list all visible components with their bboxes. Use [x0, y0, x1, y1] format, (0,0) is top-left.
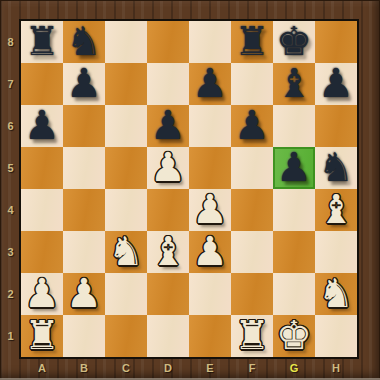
square-c4[interactable]: [105, 189, 147, 231]
square-e5[interactable]: [189, 147, 231, 189]
white-pawn-piece[interactable]: ♟: [189, 189, 231, 231]
white-knight-piece[interactable]: ♞: [315, 273, 357, 315]
black-bishop-piece[interactable]: ♝: [273, 63, 315, 105]
square-h6[interactable]: [315, 105, 357, 147]
square-g7[interactable]: ♝: [273, 63, 315, 105]
square-d3[interactable]: ♝: [147, 231, 189, 273]
black-pawn-piece[interactable]: ♟: [21, 105, 63, 147]
square-d5[interactable]: ♟: [147, 147, 189, 189]
square-b7[interactable]: ♟: [63, 63, 105, 105]
square-e7[interactable]: ♟: [189, 63, 231, 105]
white-pawn-piece[interactable]: ♟: [63, 273, 105, 315]
square-b8[interactable]: ♞: [63, 21, 105, 63]
square-b5[interactable]: [63, 147, 105, 189]
square-b1[interactable]: [63, 315, 105, 357]
square-c3[interactable]: ♞: [105, 231, 147, 273]
square-f8[interactable]: ♜: [231, 21, 273, 63]
square-a8[interactable]: ♜: [21, 21, 63, 63]
black-rook-piece[interactable]: ♜: [231, 21, 273, 63]
file-label-e: E: [189, 357, 231, 378]
white-bishop-piece[interactable]: ♝: [315, 189, 357, 231]
white-rook-piece[interactable]: ♜: [21, 315, 63, 357]
square-e8[interactable]: [189, 21, 231, 63]
rank-label-7: 7: [0, 63, 21, 105]
square-b2[interactable]: ♟: [63, 273, 105, 315]
square-d7[interactable]: [147, 63, 189, 105]
square-g8[interactable]: ♚: [273, 21, 315, 63]
square-g1[interactable]: ♚: [273, 315, 315, 357]
black-rook-piece[interactable]: ♜: [21, 21, 63, 63]
square-a1[interactable]: ♜: [21, 315, 63, 357]
square-f4[interactable]: [231, 189, 273, 231]
square-f5[interactable]: [231, 147, 273, 189]
white-pawn-piece[interactable]: ♟: [189, 231, 231, 273]
square-a2[interactable]: ♟: [21, 273, 63, 315]
white-rook-piece[interactable]: ♜: [231, 315, 273, 357]
square-d4[interactable]: [147, 189, 189, 231]
square-h7[interactable]: ♟: [315, 63, 357, 105]
square-e6[interactable]: [189, 105, 231, 147]
black-king-piece[interactable]: ♚: [273, 21, 315, 63]
square-a7[interactable]: [21, 63, 63, 105]
square-a6[interactable]: ♟: [21, 105, 63, 147]
square-b3[interactable]: [63, 231, 105, 273]
square-f7[interactable]: [231, 63, 273, 105]
square-e3[interactable]: ♟: [189, 231, 231, 273]
square-c7[interactable]: [105, 63, 147, 105]
square-h5[interactable]: ♞: [315, 147, 357, 189]
black-pawn-piece[interactable]: ♟: [273, 147, 315, 189]
rank-label-8: 8: [0, 21, 21, 63]
square-c2[interactable]: [105, 273, 147, 315]
square-c8[interactable]: [105, 21, 147, 63]
square-f1[interactable]: ♜: [231, 315, 273, 357]
square-g3[interactable]: [273, 231, 315, 273]
file-label-d: D: [147, 357, 189, 378]
square-f3[interactable]: [231, 231, 273, 273]
square-h8[interactable]: [315, 21, 357, 63]
square-c5[interactable]: [105, 147, 147, 189]
white-pawn-piece[interactable]: ♟: [21, 273, 63, 315]
square-c6[interactable]: [105, 105, 147, 147]
square-e2[interactable]: [189, 273, 231, 315]
black-pawn-piece[interactable]: ♟: [315, 63, 357, 105]
black-knight-piece[interactable]: ♞: [63, 21, 105, 63]
rank-label-5: 5: [0, 147, 21, 189]
chess-app-window: ♜♞♜♚♟♟♝♟♟♟♟♟♟♞♟♝♞♝♟♟♟♞♜♜♚ 87654321ABCDEF…: [0, 0, 380, 380]
black-knight-piece[interactable]: ♞: [315, 147, 357, 189]
square-g5[interactable]: ♟: [273, 147, 315, 189]
square-a3[interactable]: [21, 231, 63, 273]
square-b4[interactable]: [63, 189, 105, 231]
square-e4[interactable]: ♟: [189, 189, 231, 231]
file-label-h: H: [315, 357, 357, 378]
file-label-g: G: [273, 357, 315, 378]
square-h3[interactable]: [315, 231, 357, 273]
file-label-a: A: [21, 357, 63, 378]
black-pawn-piece[interactable]: ♟: [189, 63, 231, 105]
square-g2[interactable]: [273, 273, 315, 315]
rank-label-2: 2: [0, 273, 21, 315]
square-e1[interactable]: [189, 315, 231, 357]
rank-label-6: 6: [0, 105, 21, 147]
white-knight-piece[interactable]: ♞: [105, 231, 147, 273]
square-a4[interactable]: [21, 189, 63, 231]
square-c1[interactable]: [105, 315, 147, 357]
square-h2[interactable]: ♞: [315, 273, 357, 315]
black-pawn-piece[interactable]: ♟: [147, 105, 189, 147]
square-g4[interactable]: [273, 189, 315, 231]
rank-label-1: 1: [0, 315, 21, 357]
rank-label-3: 3: [0, 231, 21, 273]
square-a5[interactable]: [21, 147, 63, 189]
square-d6[interactable]: ♟: [147, 105, 189, 147]
black-pawn-piece[interactable]: ♟: [231, 105, 273, 147]
square-h1[interactable]: [315, 315, 357, 357]
square-h4[interactable]: ♝: [315, 189, 357, 231]
square-d8[interactable]: [147, 21, 189, 63]
rank-label-4: 4: [0, 189, 21, 231]
file-label-b: B: [63, 357, 105, 378]
chess-board: ♜♞♜♚♟♟♝♟♟♟♟♟♟♞♟♝♞♝♟♟♟♞♜♜♚: [21, 21, 357, 357]
square-d1[interactable]: [147, 315, 189, 357]
white-pawn-piece[interactable]: ♟: [147, 147, 189, 189]
square-f6[interactable]: ♟: [231, 105, 273, 147]
white-bishop-piece[interactable]: ♝: [147, 231, 189, 273]
black-pawn-piece[interactable]: ♟: [63, 63, 105, 105]
square-g6[interactable]: [273, 105, 315, 147]
file-label-f: F: [231, 357, 273, 378]
white-king-piece[interactable]: ♚: [273, 315, 315, 357]
square-d2[interactable]: [147, 273, 189, 315]
square-f2[interactable]: [231, 273, 273, 315]
file-label-c: C: [105, 357, 147, 378]
square-b6[interactable]: [63, 105, 105, 147]
